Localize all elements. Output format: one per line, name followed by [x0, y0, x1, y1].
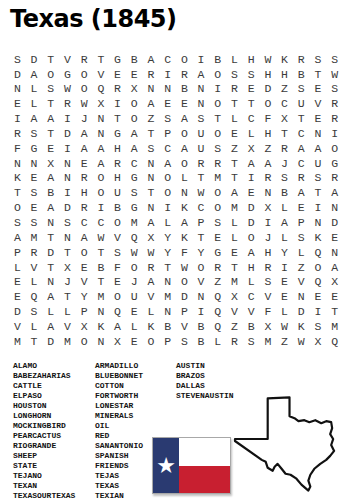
grid-cell: T — [226, 97, 243, 112]
grid-cell: I — [193, 304, 210, 319]
flag-red-stripe — [179, 466, 230, 494]
grid-cell: L — [159, 215, 176, 230]
grid-cell: D — [260, 82, 277, 97]
grid-cell: E — [126, 67, 143, 82]
grid-cell: N — [193, 290, 210, 305]
grid-cell: T — [59, 245, 76, 260]
word-list-item: BLUEBONNET — [95, 371, 143, 381]
grid-cell: L — [26, 319, 43, 334]
grid-cell: S — [293, 82, 310, 97]
word-list-item: MINERALS — [95, 411, 143, 421]
grid-cell: N — [93, 304, 110, 319]
grid-cell: O — [143, 334, 160, 349]
grid-cell: Y — [76, 290, 93, 305]
grid-cell: V — [76, 275, 93, 290]
grid-cell: I — [93, 201, 110, 216]
grid-cell: A — [76, 141, 93, 156]
grid-cell: B — [243, 319, 260, 334]
grid-cell: I — [260, 215, 277, 230]
grid-cell: N — [193, 82, 210, 97]
grid-cell: X — [260, 319, 277, 334]
grid-cell: Q — [310, 275, 327, 290]
grid-cell: P — [293, 215, 310, 230]
grid-cell: W — [193, 186, 210, 201]
grid-cell: S — [310, 52, 327, 67]
grid-cell: O — [159, 186, 176, 201]
grid-cell: P — [193, 215, 210, 230]
grid-cell: M — [93, 290, 110, 305]
grid-cell: G — [109, 52, 126, 67]
grid-cell: N — [143, 156, 160, 171]
star-icon: ★ — [153, 438, 179, 493]
grid-cell: U — [293, 97, 310, 112]
word-list-item: SHEEP — [13, 451, 75, 461]
grid-cell: S — [26, 186, 43, 201]
grid-cell: H — [260, 245, 277, 260]
grid-cell: K — [93, 319, 110, 334]
grid-cell: W — [126, 245, 143, 260]
grid-cell: M — [209, 171, 226, 186]
grid-cell: O — [42, 67, 59, 82]
grid-cell: E — [209, 230, 226, 245]
grid-cell: K — [176, 230, 193, 245]
grid-cell: N — [42, 215, 59, 230]
grid-cell: R — [326, 111, 343, 126]
grid-cell: N — [143, 82, 160, 97]
grid-cell: A — [243, 245, 260, 260]
grid-cell: I — [243, 171, 260, 186]
grid-cell: U — [310, 156, 327, 171]
grid-cell: T — [193, 171, 210, 186]
grid-cell: R — [76, 201, 93, 216]
grid-cell: T — [59, 290, 76, 305]
grid-cell: T — [326, 304, 343, 319]
grid-cell: V — [93, 67, 110, 82]
grid-cell: Z — [226, 319, 243, 334]
grid-cell: F — [9, 141, 26, 156]
grid-cell: G — [109, 126, 126, 141]
grid-cell: A — [109, 319, 126, 334]
grid-cell: N — [143, 201, 160, 216]
grid-cell: B — [293, 67, 310, 82]
grid-cell: T — [209, 111, 226, 126]
word-list-item: RED — [95, 431, 143, 441]
grid-cell: D — [59, 201, 76, 216]
grid-cell: N — [326, 201, 343, 216]
grid-cell: R — [76, 52, 93, 67]
grid-cell: M — [226, 275, 243, 290]
grid-cell: I — [59, 111, 76, 126]
grid-cell: E — [326, 230, 343, 245]
word-list-item: STATE — [13, 461, 75, 471]
grid-cell: Y — [159, 230, 176, 245]
grid-cell: O — [126, 97, 143, 112]
grid-cell: I — [310, 201, 327, 216]
grid-cell: O — [93, 171, 110, 186]
grid-cell: G — [126, 171, 143, 186]
grid-cell: E — [126, 304, 143, 319]
grid-cell: I — [193, 52, 210, 67]
grid-cell: O — [209, 67, 226, 82]
grid-cell: X — [76, 319, 93, 334]
grid-cell: N — [59, 171, 76, 186]
grid-cell: T — [276, 126, 293, 141]
grid-cell: B — [159, 319, 176, 334]
grid-cell: X — [310, 334, 327, 349]
grid-cell: L — [176, 171, 193, 186]
grid-cell: Q — [209, 290, 226, 305]
grid-cell: K — [9, 171, 26, 186]
grid-cell: A — [76, 126, 93, 141]
grid-cell: R — [293, 52, 310, 67]
grid-cell: A — [310, 141, 327, 156]
grid-cell: E — [310, 82, 327, 97]
grid-cell: R — [176, 67, 193, 82]
grid-cell: S — [176, 334, 193, 349]
grid-cell: L — [26, 97, 43, 112]
grid-cell: T — [42, 260, 59, 275]
grid-cell: A — [276, 215, 293, 230]
grid-cell: C — [293, 126, 310, 141]
grid-cell: Q — [126, 230, 143, 245]
grid-cell: S — [26, 215, 43, 230]
grid-cell: W — [143, 245, 160, 260]
grid-cell: Y — [276, 245, 293, 260]
grid-cell: S — [310, 319, 327, 334]
grid-cell: J — [59, 275, 76, 290]
grid-cell: Z — [276, 82, 293, 97]
grid-cell: E — [126, 334, 143, 349]
grid-cell: A — [243, 156, 260, 171]
grid-cell: Q — [26, 290, 43, 305]
grid-cell: H — [109, 171, 126, 186]
grid-cell: C — [76, 215, 93, 230]
grid-cell: D — [42, 334, 59, 349]
grid-cell: X — [59, 260, 76, 275]
grid-cell: T — [226, 156, 243, 171]
grid-cell: X — [42, 156, 59, 171]
grid-cell: S — [226, 67, 243, 82]
grid-cell: O — [126, 260, 143, 275]
grid-cell: A — [293, 141, 310, 156]
grid-cell: L — [9, 260, 26, 275]
grid-cell: R — [109, 82, 126, 97]
grid-cell: N — [59, 230, 76, 245]
grid-cell: S — [293, 230, 310, 245]
grid-cell: F — [260, 304, 277, 319]
word-list-item: TEXAN — [13, 481, 75, 491]
grid-cell: I — [59, 141, 76, 156]
grid-cell: E — [243, 186, 260, 201]
grid-cell: T — [9, 186, 26, 201]
grid-cell: R — [226, 82, 243, 97]
grid-cell: S — [26, 126, 43, 141]
grid-cell: T — [93, 52, 110, 67]
grid-cell: T — [93, 275, 110, 290]
grid-cell: D — [326, 215, 343, 230]
grid-cell: O — [243, 230, 260, 245]
grid-cell: M — [226, 201, 243, 216]
grid-cell: N — [26, 156, 43, 171]
grid-cell: S — [260, 275, 277, 290]
grid-cell: O — [76, 67, 93, 82]
grid-cell: R — [59, 97, 76, 112]
grid-cell: N — [93, 111, 110, 126]
grid-cell: V — [293, 275, 310, 290]
grid-cell: U — [193, 141, 210, 156]
grid-cell: B — [42, 186, 59, 201]
grid-cell: G — [26, 141, 43, 156]
grid-cell: O — [260, 97, 277, 112]
grid-cell: W — [293, 334, 310, 349]
grid-cell: N — [9, 156, 26, 171]
grid-cell: A — [26, 111, 43, 126]
grid-cell: P — [159, 334, 176, 349]
grid-cell: E — [326, 290, 343, 305]
grid-cell: L — [143, 304, 160, 319]
grid-cell: S — [26, 304, 43, 319]
grid-cell: H — [260, 67, 277, 82]
grid-cell: O — [176, 52, 193, 67]
grid-cell: O — [76, 334, 93, 349]
grid-cell: R — [109, 156, 126, 171]
grid-cell: O — [76, 245, 93, 260]
grid-cell: R — [209, 260, 226, 275]
grid-cell: C — [276, 97, 293, 112]
grid-cell: A — [42, 171, 59, 186]
grid-cell: X — [243, 141, 260, 156]
grid-cell: N — [93, 126, 110, 141]
grid-cell: L — [209, 334, 226, 349]
grid-cell: L — [226, 230, 243, 245]
grid-cell: G — [59, 67, 76, 82]
grid-cell: O — [209, 97, 226, 112]
grid-cell: J — [276, 156, 293, 171]
word-list-item: AUSTIN — [176, 361, 234, 371]
grid-cell: E — [276, 290, 293, 305]
grid-cell: H — [109, 141, 126, 156]
grid-cell: X — [143, 230, 160, 245]
grid-cell: Y — [193, 245, 210, 260]
grid-cell: V — [260, 290, 277, 305]
word-search-grid: SDTVRTGBACOIBLHWKRSSDAOGOVEERIRAOSSHHBTW… — [9, 52, 343, 349]
grid-cell: A — [93, 156, 110, 171]
page-title: Texas (1845) — [10, 5, 177, 33]
grid-cell: C — [93, 215, 110, 230]
grid-cell: Q — [109, 304, 126, 319]
word-list-item: HOUSTON — [13, 401, 75, 411]
grid-cell: S — [193, 111, 210, 126]
grid-cell: V — [310, 97, 327, 112]
grid-cell: T — [293, 111, 310, 126]
grid-cell: E — [226, 126, 243, 141]
grid-cell: S — [126, 186, 143, 201]
grid-cell: X — [126, 82, 143, 97]
grid-cell: O — [176, 156, 193, 171]
grid-cell: S — [209, 215, 226, 230]
grid-cell: U — [109, 186, 126, 201]
grid-cell: D — [42, 245, 59, 260]
grid-cell: T — [42, 126, 59, 141]
grid-cell: D — [243, 215, 260, 230]
grid-cell: N — [310, 126, 327, 141]
grid-cell: Z — [260, 141, 277, 156]
grid-cell: E — [9, 290, 26, 305]
grid-cell: O — [209, 126, 226, 141]
grid-cell: W — [326, 67, 343, 82]
grid-cell: B — [176, 82, 193, 97]
grid-cell: Q — [93, 82, 110, 97]
grid-cell: N — [42, 275, 59, 290]
texas-outline-path — [235, 397, 334, 490]
grid-cell: C — [293, 156, 310, 171]
grid-cell: N — [193, 97, 210, 112]
grid-cell: A — [26, 67, 43, 82]
grid-cell: A — [260, 156, 277, 171]
grid-cell: O — [109, 215, 126, 230]
grid-cell: A — [193, 67, 210, 82]
grid-cell: T — [243, 97, 260, 112]
grid-cell: N — [260, 186, 277, 201]
grid-cell: D — [9, 304, 26, 319]
grid-cell: S — [159, 111, 176, 126]
grid-cell: L — [126, 319, 143, 334]
grid-cell: R — [9, 126, 26, 141]
word-list-item: SANANTONIO — [95, 441, 143, 451]
grid-cell: T — [193, 230, 210, 245]
grid-cell: A — [143, 275, 160, 290]
grid-cell: T — [143, 126, 160, 141]
grid-cell: C — [243, 111, 260, 126]
word-list-item: CATTLE — [13, 381, 75, 391]
grid-cell: V — [9, 319, 26, 334]
grid-cell: W — [59, 82, 76, 97]
word-list-item: SPANISH — [95, 451, 143, 461]
grid-cell: N — [159, 82, 176, 97]
grid-cell: V — [243, 304, 260, 319]
grid-cell: J — [76, 111, 93, 126]
grid-cell: O — [310, 260, 327, 275]
grid-cell: O — [109, 290, 126, 305]
grid-cell: R — [76, 171, 93, 186]
word-list-item: MOCKINGBIRD — [13, 421, 75, 431]
grid-cell: A — [126, 141, 143, 156]
grid-cell: T — [310, 186, 327, 201]
word-list-item: COTTON — [95, 381, 143, 391]
grid-cell: E — [159, 97, 176, 112]
grid-cell: S — [59, 215, 76, 230]
grid-cell: R — [226, 334, 243, 349]
grid-cell: E — [26, 171, 43, 186]
grid-cell: R — [276, 141, 293, 156]
grid-cell: B — [193, 319, 210, 334]
grid-cell: N — [59, 156, 76, 171]
grid-cell: A — [143, 97, 160, 112]
grid-cell: X — [276, 111, 293, 126]
grid-cell: R — [193, 156, 210, 171]
grid-cell: X — [326, 275, 343, 290]
grid-cell: S — [9, 215, 26, 230]
grid-cell: S — [109, 245, 126, 260]
grid-cell: I — [59, 186, 76, 201]
grid-cell: A — [143, 52, 160, 67]
grid-cell: O — [209, 201, 226, 216]
grid-cell: E — [109, 275, 126, 290]
grid-cell: F — [109, 260, 126, 275]
grid-cell: T — [310, 67, 327, 82]
grid-cell: W — [76, 97, 93, 112]
grid-cell: H — [260, 126, 277, 141]
grid-cell: N — [176, 186, 193, 201]
grid-cell: R — [293, 171, 310, 186]
grid-cell: W — [276, 319, 293, 334]
grid-cell: E — [76, 156, 93, 171]
grid-cell: W — [93, 230, 110, 245]
grid-cell: S — [42, 82, 59, 97]
grid-cell: I — [276, 260, 293, 275]
word-list-item: FORTWORTH — [95, 391, 143, 401]
grid-cell: U — [193, 126, 210, 141]
grid-cell: L — [226, 215, 243, 230]
grid-cell: C — [126, 156, 143, 171]
grid-cell: E — [276, 275, 293, 290]
grid-cell: L — [293, 245, 310, 260]
texas-flag: ★ — [152, 437, 231, 494]
grid-cell: L — [226, 52, 243, 67]
grid-cell: L — [42, 304, 59, 319]
grid-cell: E — [310, 111, 327, 126]
grid-cell: V — [59, 319, 76, 334]
grid-cell: D — [176, 290, 193, 305]
grid-cell: O — [193, 260, 210, 275]
word-list-item: BRAZOS — [176, 371, 234, 381]
grid-cell: A — [143, 215, 160, 230]
grid-cell: T — [42, 230, 59, 245]
grid-cell: O — [9, 201, 26, 216]
grid-cell: Y — [159, 245, 176, 260]
grid-cell: E — [310, 290, 327, 305]
grid-cell: E — [109, 67, 126, 82]
grid-cell: T — [42, 52, 59, 67]
grid-cell: L — [276, 230, 293, 245]
grid-cell: M — [9, 334, 26, 349]
grid-cell: T — [26, 334, 43, 349]
grid-cell: A — [9, 230, 26, 245]
grid-cell: N — [293, 290, 310, 305]
grid-cell: D — [9, 67, 26, 82]
grid-cell: H — [243, 52, 260, 67]
word-list-item: RIOGRANDE — [13, 441, 75, 451]
grid-cell: B — [126, 52, 143, 67]
grid-cell: L — [226, 111, 243, 126]
grid-cell: N — [159, 304, 176, 319]
grid-cell: E — [76, 260, 93, 275]
grid-cell: O — [326, 141, 343, 156]
word-list-item: ELPASO — [13, 391, 75, 401]
grid-cell: A — [42, 111, 59, 126]
grid-cell: O — [176, 126, 193, 141]
grid-cell: M — [159, 290, 176, 305]
grid-cell: S — [209, 141, 226, 156]
grid-cell: V — [26, 260, 43, 275]
grid-cell: M — [326, 319, 343, 334]
grid-cell: A — [293, 186, 310, 201]
grid-cell: Q — [310, 245, 327, 260]
grid-cell: A — [126, 126, 143, 141]
grid-cell: T — [143, 186, 160, 201]
grid-cell: T — [159, 260, 176, 275]
word-list-item: PEARCACTUS — [13, 431, 75, 441]
